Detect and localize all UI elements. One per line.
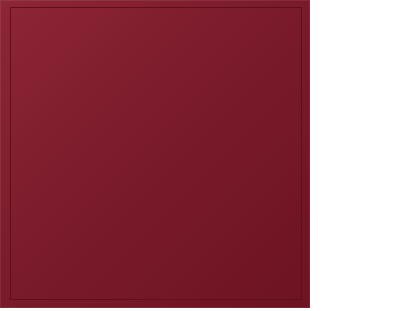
chess-board <box>11 8 301 299</box>
rank-labels <box>0 8 11 299</box>
file-labels <box>11 299 301 308</box>
chess-board-frame <box>0 0 310 308</box>
